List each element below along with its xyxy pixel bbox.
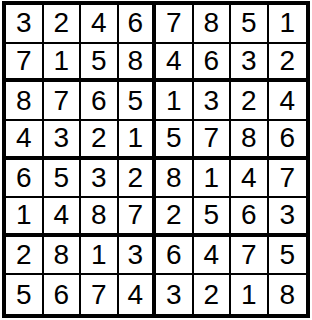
cell-r3c5[interactable]: 1 <box>156 82 194 121</box>
sudoku-board: 3246785171584632876513244321578665328147… <box>2 1 310 318</box>
cell-r8c1[interactable]: 5 <box>6 275 44 314</box>
cell-r3c7[interactable]: 2 <box>231 82 269 121</box>
cell-r1c5[interactable]: 7 <box>156 5 194 44</box>
cell-r2c3[interactable]: 5 <box>81 44 119 83</box>
cell-r4c5[interactable]: 5 <box>156 121 194 160</box>
cell-r1c2[interactable]: 2 <box>44 5 82 44</box>
cell-r6c8[interactable]: 3 <box>269 198 307 237</box>
cell-r5c1[interactable]: 6 <box>6 160 44 199</box>
cell-r6c5[interactable]: 2 <box>156 198 194 237</box>
cell-r1c6[interactable]: 8 <box>194 5 232 44</box>
cell-r1c8[interactable]: 1 <box>269 5 307 44</box>
cell-r4c8[interactable]: 6 <box>269 121 307 160</box>
cell-r4c1[interactable]: 4 <box>6 121 44 160</box>
cell-r7c5[interactable]: 6 <box>156 237 194 276</box>
cell-r8c6[interactable]: 2 <box>194 275 232 314</box>
cell-r5c6[interactable]: 1 <box>194 160 232 199</box>
cell-r7c3[interactable]: 1 <box>81 237 119 276</box>
cell-r5c5[interactable]: 8 <box>156 160 194 199</box>
cell-r7c8[interactable]: 5 <box>269 237 307 276</box>
cell-r3c3[interactable]: 6 <box>81 82 119 121</box>
cell-r4c3[interactable]: 2 <box>81 121 119 160</box>
cell-r5c3[interactable]: 3 <box>81 160 119 199</box>
cell-r7c1[interactable]: 2 <box>6 237 44 276</box>
cell-r1c3[interactable]: 4 <box>81 5 119 44</box>
cell-r1c7[interactable]: 5 <box>231 5 269 44</box>
cell-r2c5[interactable]: 4 <box>156 44 194 83</box>
cell-r4c2[interactable]: 3 <box>44 121 82 160</box>
cell-r7c2[interactable]: 8 <box>44 237 82 276</box>
cell-r5c8[interactable]: 7 <box>269 160 307 199</box>
cell-r8c8[interactable]: 8 <box>269 275 307 314</box>
cell-r6c2[interactable]: 4 <box>44 198 82 237</box>
cell-r3c6[interactable]: 3 <box>194 82 232 121</box>
cell-r3c2[interactable]: 7 <box>44 82 82 121</box>
cell-r4c4[interactable]: 1 <box>119 121 157 160</box>
cell-r5c2[interactable]: 5 <box>44 160 82 199</box>
cell-r7c4[interactable]: 3 <box>119 237 157 276</box>
cell-r8c7[interactable]: 1 <box>231 275 269 314</box>
cell-r3c8[interactable]: 4 <box>269 82 307 121</box>
cell-r6c6[interactable]: 5 <box>194 198 232 237</box>
cell-r4c7[interactable]: 8 <box>231 121 269 160</box>
cell-r8c2[interactable]: 6 <box>44 275 82 314</box>
cell-r8c4[interactable]: 4 <box>119 275 157 314</box>
cell-r4c6[interactable]: 7 <box>194 121 232 160</box>
cell-r6c4[interactable]: 7 <box>119 198 157 237</box>
cell-r7c6[interactable]: 4 <box>194 237 232 276</box>
cell-r3c4[interactable]: 5 <box>119 82 157 121</box>
cell-r1c1[interactable]: 3 <box>6 5 44 44</box>
cell-r5c4[interactable]: 2 <box>119 160 157 199</box>
cell-r8c5[interactable]: 3 <box>156 275 194 314</box>
cell-r2c8[interactable]: 2 <box>269 44 307 83</box>
cell-r2c1[interactable]: 7 <box>6 44 44 83</box>
cell-r5c7[interactable]: 4 <box>231 160 269 199</box>
cell-r8c3[interactable]: 7 <box>81 275 119 314</box>
cell-r2c6[interactable]: 6 <box>194 44 232 83</box>
cell-r7c7[interactable]: 7 <box>231 237 269 276</box>
cell-r1c4[interactable]: 6 <box>119 5 157 44</box>
cell-r6c7[interactable]: 6 <box>231 198 269 237</box>
cell-r2c2[interactable]: 1 <box>44 44 82 83</box>
cell-r6c1[interactable]: 1 <box>6 198 44 237</box>
cell-r6c3[interactable]: 8 <box>81 198 119 237</box>
cell-r2c4[interactable]: 8 <box>119 44 157 83</box>
cell-r3c1[interactable]: 8 <box>6 82 44 121</box>
cell-r2c7[interactable]: 3 <box>231 44 269 83</box>
